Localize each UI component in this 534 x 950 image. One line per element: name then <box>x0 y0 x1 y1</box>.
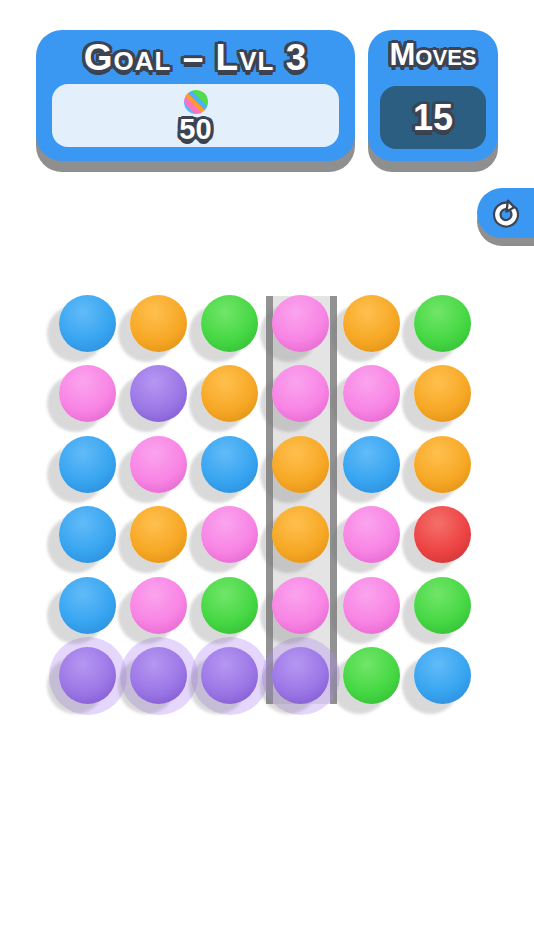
cell-r6c3[interactable] <box>194 641 265 712</box>
orange-dot[interactable] <box>130 506 187 563</box>
dot-grid <box>52 288 478 711</box>
orange-dot[interactable] <box>343 295 400 352</box>
cell-r4c3[interactable] <box>194 500 265 571</box>
blue-dot[interactable] <box>59 577 116 634</box>
pink-dot[interactable] <box>272 577 329 634</box>
blue-dot[interactable] <box>201 436 258 493</box>
cell-r1c3[interactable] <box>194 288 265 359</box>
game-screen: Goal – Lvl 3 50 Moves 15 <box>0 0 534 950</box>
restart-arrow-icon <box>487 194 525 232</box>
cell-r6c5[interactable] <box>336 641 407 712</box>
green-dot[interactable] <box>414 577 471 634</box>
cell-r3c5[interactable] <box>336 429 407 500</box>
purple-dot[interactable] <box>59 647 116 704</box>
cell-r5c4[interactable] <box>265 570 336 641</box>
blue-dot[interactable] <box>59 295 116 352</box>
cell-r1c1[interactable] <box>52 288 123 359</box>
cell-r2c3[interactable] <box>194 359 265 430</box>
orange-dot[interactable] <box>130 295 187 352</box>
cell-r5c3[interactable] <box>194 570 265 641</box>
orange-dot[interactable] <box>414 365 471 422</box>
blue-dot[interactable] <box>414 647 471 704</box>
cell-r2c6[interactable] <box>407 359 478 430</box>
cell-r4c2[interactable] <box>123 500 194 571</box>
moves-inner-panel: 15 <box>380 86 486 149</box>
moves-title: Moves <box>368 37 498 73</box>
green-dot[interactable] <box>414 295 471 352</box>
orange-dot[interactable] <box>414 436 471 493</box>
pink-dot[interactable] <box>272 365 329 422</box>
goal-title: Goal – Lvl 3 <box>36 37 355 79</box>
cell-r2c4[interactable] <box>265 359 336 430</box>
cell-r6c2[interactable] <box>123 641 194 712</box>
goal-panel: Goal – Lvl 3 50 <box>36 30 355 161</box>
moves-remaining-count: 15 <box>413 97 453 139</box>
restart-button[interactable] <box>477 188 534 238</box>
cell-r2c2[interactable] <box>123 359 194 430</box>
cell-r3c1[interactable] <box>52 429 123 500</box>
purple-dot[interactable] <box>272 647 329 704</box>
cell-r2c5[interactable] <box>336 359 407 430</box>
blue-dot[interactable] <box>59 506 116 563</box>
cell-r3c3[interactable] <box>194 429 265 500</box>
board <box>52 288 478 711</box>
cell-r4c5[interactable] <box>336 500 407 571</box>
blue-dot[interactable] <box>343 436 400 493</box>
pink-dot[interactable] <box>59 365 116 422</box>
rainbow-ball-icon <box>184 90 208 114</box>
cell-r1c2[interactable] <box>123 288 194 359</box>
orange-dot[interactable] <box>272 506 329 563</box>
cell-r4c6[interactable] <box>407 500 478 571</box>
green-dot[interactable] <box>201 577 258 634</box>
cell-r6c1[interactable] <box>52 641 123 712</box>
cell-r5c5[interactable] <box>336 570 407 641</box>
goal-inner-panel: 50 <box>52 84 339 147</box>
orange-dot[interactable] <box>201 365 258 422</box>
cell-r6c4[interactable] <box>265 641 336 712</box>
orange-dot[interactable] <box>272 436 329 493</box>
cell-r3c6[interactable] <box>407 429 478 500</box>
cell-r5c2[interactable] <box>123 570 194 641</box>
purple-dot[interactable] <box>201 647 258 704</box>
cell-r6c6[interactable] <box>407 641 478 712</box>
pink-dot[interactable] <box>343 506 400 563</box>
pink-dot[interactable] <box>130 577 187 634</box>
cell-r4c1[interactable] <box>52 500 123 571</box>
green-dot[interactable] <box>201 295 258 352</box>
cell-r3c4[interactable] <box>265 429 336 500</box>
cell-r4c4[interactable] <box>265 500 336 571</box>
pink-dot[interactable] <box>201 506 258 563</box>
pink-dot[interactable] <box>272 295 329 352</box>
cell-r3c2[interactable] <box>123 429 194 500</box>
cell-r5c1[interactable] <box>52 570 123 641</box>
cell-r1c6[interactable] <box>407 288 478 359</box>
cell-r1c5[interactable] <box>336 288 407 359</box>
pink-dot[interactable] <box>130 436 187 493</box>
goal-target-count: 50 <box>179 114 211 144</box>
pink-dot[interactable] <box>343 365 400 422</box>
pink-dot[interactable] <box>343 577 400 634</box>
purple-dot[interactable] <box>130 647 187 704</box>
green-dot[interactable] <box>343 647 400 704</box>
cell-r2c1[interactable] <box>52 359 123 430</box>
cell-r1c4[interactable] <box>265 288 336 359</box>
cell-r5c6[interactable] <box>407 570 478 641</box>
moves-panel: Moves 15 <box>368 30 498 161</box>
red-dot[interactable] <box>414 506 471 563</box>
purple-dot[interactable] <box>130 365 187 422</box>
blue-dot[interactable] <box>59 436 116 493</box>
